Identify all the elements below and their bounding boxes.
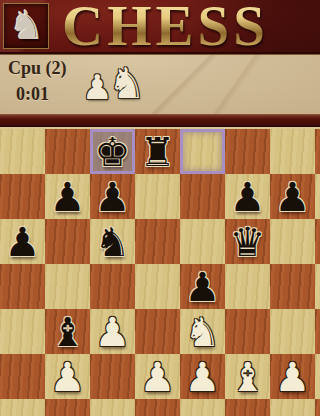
opponent-bar: Cpu (2) 0:01 ♟ ♞ [0, 54, 320, 114]
square-b3[interactable]: ♟ [45, 354, 90, 399]
square-f5[interactable] [225, 264, 270, 309]
square-c4[interactable]: ♟ [90, 309, 135, 354]
piece-black-pawn: ♟ [0, 219, 45, 265]
square-g4[interactable] [270, 309, 315, 354]
piece-black-pawn: ♟ [90, 174, 135, 220]
square-h5[interactable] [315, 264, 320, 309]
piece-white-pawn: ♟ [270, 354, 315, 400]
piece-white-pawn: ♟ [135, 354, 180, 400]
logo-panel: ♞ [3, 3, 49, 49]
square-h3[interactable] [315, 354, 320, 399]
square-a2[interactable] [0, 399, 45, 416]
square-h7[interactable] [315, 174, 320, 219]
square-b6[interactable] [45, 219, 90, 264]
square-h8[interactable] [315, 129, 320, 174]
piece-black-queen: ♛ [225, 219, 270, 265]
piece-white-pawn: ♟ [180, 354, 225, 400]
square-a8[interactable] [0, 129, 45, 174]
square-h2[interactable] [315, 399, 320, 416]
square-c7[interactable]: ♟ [90, 174, 135, 219]
square-e4[interactable]: ♞ [180, 309, 225, 354]
chess-app-screen: ♞ CHESS Cpu (2) 0:01 ♟ ♞ ♚♜♟♟♟♟♟♞♛♟♝♟♞♟♟… [0, 0, 320, 416]
square-g7[interactable]: ♟ [270, 174, 315, 219]
piece-black-pawn: ♟ [180, 264, 225, 310]
square-d4[interactable] [135, 309, 180, 354]
square-b2[interactable] [45, 399, 90, 416]
piece-black-rook: ♜ [135, 129, 180, 175]
square-f6[interactable]: ♛ [225, 219, 270, 264]
square-g6[interactable] [270, 219, 315, 264]
square-g3[interactable]: ♟ [270, 354, 315, 399]
piece-black-pawn: ♟ [270, 174, 315, 220]
square-h4[interactable] [315, 309, 320, 354]
square-d3[interactable]: ♟ [135, 354, 180, 399]
square-f2[interactable] [225, 399, 270, 416]
square-b7[interactable]: ♟ [45, 174, 90, 219]
piece-black-knight: ♞ [90, 219, 135, 265]
captured-white-knight-icon: ♞ [108, 61, 146, 107]
square-b8[interactable] [45, 129, 90, 174]
square-e5[interactable]: ♟ [180, 264, 225, 309]
knight-logo-icon: ♞ [4, 2, 50, 48]
square-g5[interactable] [270, 264, 315, 309]
opponent-name: Cpu (2) [8, 58, 67, 79]
piece-white-pawn: ♟ [45, 354, 90, 400]
divider-strip [0, 114, 320, 127]
square-f3[interactable]: ♝ [225, 354, 270, 399]
piece-black-bishop: ♝ [45, 309, 90, 355]
square-e3[interactable]: ♟ [180, 354, 225, 399]
square-e6[interactable] [180, 219, 225, 264]
square-a3[interactable] [0, 354, 45, 399]
piece-black-pawn: ♟ [225, 174, 270, 220]
square-d5[interactable] [135, 264, 180, 309]
piece-black-king: ♚ [90, 129, 135, 175]
square-a4[interactable] [0, 309, 45, 354]
title-banner: ♞ CHESS [0, 0, 320, 54]
square-f4[interactable] [225, 309, 270, 354]
square-f7[interactable]: ♟ [225, 174, 270, 219]
square-b4[interactable]: ♝ [45, 309, 90, 354]
square-a5[interactable] [0, 264, 45, 309]
piece-white-pawn: ♟ [90, 309, 135, 355]
opponent-clock: 0:01 [16, 84, 49, 105]
square-g2[interactable] [270, 399, 315, 416]
square-e8[interactable] [180, 129, 225, 174]
app-title: CHESS [62, 0, 320, 58]
square-c6[interactable]: ♞ [90, 219, 135, 264]
square-a6[interactable]: ♟ [0, 219, 45, 264]
square-a7[interactable] [0, 174, 45, 219]
piece-white-knight: ♞ [180, 309, 225, 355]
square-d6[interactable] [135, 219, 180, 264]
square-d8[interactable]: ♜ [135, 129, 180, 174]
square-f8[interactable] [225, 129, 270, 174]
square-b5[interactable] [45, 264, 90, 309]
square-g8[interactable] [270, 129, 315, 174]
square-h6[interactable] [315, 219, 320, 264]
piece-black-pawn: ♟ [45, 174, 90, 220]
square-d2[interactable] [135, 399, 180, 416]
square-c3[interactable] [90, 354, 135, 399]
square-e2[interactable] [180, 399, 225, 416]
piece-white-bishop: ♝ [225, 354, 270, 400]
square-e7[interactable] [180, 174, 225, 219]
board-grid: ♚♜♟♟♟♟♟♞♛♟♝♟♞♟♟♟♝♟ [0, 129, 320, 416]
chess-board: ♚♜♟♟♟♟♟♞♛♟♝♟♞♟♟♟♝♟ [0, 129, 320, 416]
square-c5[interactable] [90, 264, 135, 309]
square-c2[interactable] [90, 399, 135, 416]
square-c8[interactable]: ♚ [90, 129, 135, 174]
square-d7[interactable] [135, 174, 180, 219]
